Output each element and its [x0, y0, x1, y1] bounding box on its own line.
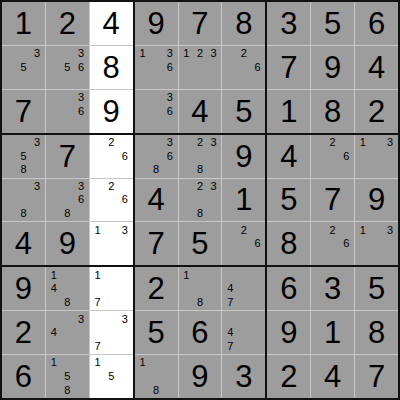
pencil-mark-slot-5: [61, 326, 75, 340]
pencil-mark-slot-7: [47, 207, 61, 221]
cell-r3c2[interactable]: 36: [46, 90, 89, 133]
pencil-mark-slot-9: [207, 296, 221, 310]
pencil-mark-slot-5: 5: [17, 149, 31, 163]
pencil-mark-slot-7: [136, 118, 150, 132]
pencil-mark-slot-3: [251, 312, 265, 326]
pencil-mark-slot-8: 8: [61, 383, 75, 397]
pencil-mark-slot-5: [61, 282, 75, 296]
pencil-mark-slot-5: [370, 237, 384, 251]
solved-digit: 9: [59, 228, 76, 259]
pencil-mark-slot-5: [326, 149, 340, 163]
box-3-3: 635918247: [267, 267, 398, 398]
cell-r9c7[interactable]: 2: [267, 355, 310, 398]
cell-r8c1[interactable]: 2: [2, 311, 45, 354]
solved-digit: 7: [280, 52, 297, 83]
solved-digit: 2: [15, 317, 32, 348]
cell-r3c6[interactable]: 5: [222, 90, 265, 133]
cell-r7c3[interactable]: 17: [90, 267, 133, 310]
cell-r6c8[interactable]: 26: [311, 222, 354, 265]
pencil-mark-slot-1: [136, 91, 150, 105]
cell-r9c9[interactable]: 7: [355, 355, 398, 398]
pencil-mark-slot-6: [251, 282, 265, 296]
pencil-mark-slot-8: [237, 339, 251, 353]
pencil-mark-slot-7: [91, 383, 105, 397]
pencil-mark-slot-2: [61, 356, 75, 370]
pencil-mark-slot-4: 4: [223, 282, 237, 296]
solved-digit: 4: [324, 361, 341, 392]
pencil-marks: 26: [312, 136, 353, 177]
pencil-mark-slot-1: [223, 47, 237, 61]
pencil-mark-slot-2: [104, 223, 118, 237]
pencil-mark-slot-2: 2: [193, 47, 207, 61]
cell-r5c5[interactable]: 238: [179, 179, 222, 222]
pencil-mark-slot-9: [118, 339, 132, 353]
pencil-mark-slot-8: [104, 339, 118, 353]
cell-r3c1[interactable]: 7: [2, 90, 45, 133]
pencil-mark-slot-6: [118, 282, 132, 296]
solved-digit: 4: [103, 8, 120, 39]
pencil-mark-slot-3: 3: [74, 180, 88, 194]
pencil-mark-slot-4: [47, 370, 61, 384]
cell-r2c6[interactable]: 26: [222, 46, 265, 89]
cell-r6c6[interactable]: 26: [222, 222, 265, 265]
solved-digit: 8: [368, 317, 385, 348]
pencil-mark-slot-2: [104, 268, 118, 282]
pencil-mark-slot-8: [237, 74, 251, 88]
pencil-mark-slot-9: [30, 207, 44, 221]
pencil-mark-slot-4: [91, 193, 105, 207]
pencil-mark-slot-8: [104, 163, 118, 177]
pencil-mark-slot-4: [312, 149, 326, 163]
pencil-mark-slot-7: [3, 163, 17, 177]
pencil-mark-slot-2: [17, 136, 31, 150]
pencil-mark-slot-1: [180, 180, 194, 194]
pencil-mark-slot-2: 2: [193, 180, 207, 194]
cell-r9c4[interactable]: 18: [135, 355, 178, 398]
pencil-marks: 136: [136, 47, 177, 88]
pencil-mark-slot-3: [251, 268, 265, 282]
pencil-mark-slot-6: [74, 282, 88, 296]
pencil-mark-slot-9: [118, 207, 132, 221]
cell-r8c3[interactable]: 37: [90, 311, 133, 354]
cell-r6c3[interactable]: 13: [90, 222, 133, 265]
pencil-mark-slot-3: [251, 223, 265, 237]
pencil-mark-slot-7: [3, 74, 17, 88]
pencil-mark-slot-3: 3: [118, 312, 132, 326]
solved-digit: 6: [15, 361, 32, 392]
cell-r7c6[interactable]: 47: [222, 267, 265, 310]
pencil-marks: 368: [136, 136, 177, 177]
pencil-mark-slot-8: 8: [149, 383, 163, 397]
pencil-mark-slot-6: [163, 370, 177, 384]
pencil-mark-slot-3: 3: [383, 223, 397, 237]
pencil-mark-slot-9: [383, 163, 397, 177]
box-1-3: 356794182: [267, 2, 398, 133]
cell-r1c3[interactable]: 4: [90, 2, 133, 45]
cell-r2c3[interactable]: 8: [90, 46, 133, 89]
pencil-mark-slot-4: [91, 326, 105, 340]
cell-r4c3[interactable]: 26: [90, 135, 133, 178]
pencil-mark-slot-5: [104, 193, 118, 207]
cell-r4c5[interactable]: 238: [179, 135, 222, 178]
pencil-mark-slot-9: [383, 251, 397, 265]
sudoku-board: 1243535687369978136123263645356794182358…: [0, 0, 400, 400]
pencil-mark-slot-2: [149, 47, 163, 61]
pencil-mark-slot-1: 1: [91, 223, 105, 237]
pencil-mark-slot-3: 3: [383, 136, 397, 150]
cell-r8c6[interactable]: 47: [222, 311, 265, 354]
solved-digit: 4: [280, 141, 297, 172]
cell-r3c4[interactable]: 36: [135, 90, 178, 133]
pencil-mark-slot-9: [74, 74, 88, 88]
cell-r7c5[interactable]: 18: [179, 267, 222, 310]
pencil-mark-slot-9: [207, 207, 221, 221]
pencil-mark-slot-6: [118, 370, 132, 384]
pencil-mark-slot-6: 6: [251, 61, 265, 75]
cell-r4c1[interactable]: 358: [2, 135, 45, 178]
box-2-3: 4261357982613: [267, 135, 398, 266]
cell-r4c6[interactable]: 9: [222, 135, 265, 178]
pencil-mark-slot-7: 7: [223, 296, 237, 310]
pencil-mark-slot-2: [104, 356, 118, 370]
pencil-mark-slot-2: [17, 180, 31, 194]
solved-digit: 9: [280, 317, 297, 348]
pencil-mark-slot-4: [47, 193, 61, 207]
pencil-mark-slot-7: [3, 207, 17, 221]
box-3-2: 2184756471893: [135, 267, 266, 398]
pencil-mark-slot-6: 6: [339, 149, 353, 163]
solved-digit: 4: [368, 52, 385, 83]
pencil-marks: 18: [180, 268, 221, 309]
box-2-1: 35872638368264913: [2, 135, 133, 266]
solved-digit: 1: [15, 8, 32, 39]
cell-r1c7[interactable]: 3: [267, 2, 310, 45]
cell-r8c8[interactable]: 1: [311, 311, 354, 354]
pencil-mark-slot-4: [180, 193, 194, 207]
pencil-mark-slot-7: 7: [91, 296, 105, 310]
pencil-marks: 36: [136, 91, 177, 132]
cell-r1c1[interactable]: 1: [2, 2, 45, 45]
pencil-mark-slot-2: 2: [104, 136, 118, 150]
cell-r6c5[interactable]: 5: [179, 222, 222, 265]
cell-r5c1[interactable]: 38: [2, 179, 45, 222]
pencil-mark-slot-1: [223, 268, 237, 282]
cell-r7c2[interactable]: 148: [46, 267, 89, 310]
cell-r7c9[interactable]: 5: [355, 267, 398, 310]
pencil-mark-slot-6: [30, 61, 44, 75]
pencil-mark-slot-5: [193, 282, 207, 296]
pencil-mark-slot-4: [47, 104, 61, 118]
pencil-mark-slot-9: [118, 163, 132, 177]
pencil-mark-slot-1: [3, 136, 17, 150]
cell-r9c8[interactable]: 4: [311, 355, 354, 398]
pencil-mark-slot-1: 1: [91, 356, 105, 370]
solved-digit: 9: [368, 184, 385, 215]
solved-digit: 2: [368, 96, 385, 127]
solved-digit: 7: [191, 8, 208, 39]
pencil-mark-slot-5: [149, 61, 163, 75]
pencil-mark-slot-4: [91, 282, 105, 296]
pencil-marks: 34: [47, 312, 88, 353]
pencil-mark-slot-9: [339, 251, 353, 265]
pencil-mark-slot-3: [118, 356, 132, 370]
pencil-mark-slot-5: [237, 237, 251, 251]
pencil-mark-slot-3: [74, 268, 88, 282]
cell-r2c9[interactable]: 4: [355, 46, 398, 89]
pencil-mark-slot-4: [312, 237, 326, 251]
cell-r1c2[interactable]: 2: [46, 2, 89, 45]
pencil-mark-slot-3: 3: [207, 47, 221, 61]
pencil-mark-slot-2: [104, 312, 118, 326]
pencil-mark-slot-4: [356, 149, 370, 163]
pencil-mark-slot-3: 3: [207, 180, 221, 194]
cell-r7c1[interactable]: 9: [2, 267, 45, 310]
pencil-marks: 17: [91, 268, 132, 309]
pencil-mark-slot-2: [193, 268, 207, 282]
pencil-mark-slot-4: [91, 149, 105, 163]
cell-r5c8[interactable]: 7: [311, 179, 354, 222]
pencil-mark-slot-6: [207, 61, 221, 75]
pencil-mark-slot-8: 8: [193, 207, 207, 221]
pencil-mark-slot-7: [47, 296, 61, 310]
pencil-mark-slot-8: [370, 163, 384, 177]
cell-r3c9[interactable]: 2: [355, 90, 398, 133]
pencil-mark-slot-6: [207, 282, 221, 296]
pencil-mark-slot-2: 2: [326, 223, 340, 237]
cell-r9c5[interactable]: 9: [179, 355, 222, 398]
cell-r8c4[interactable]: 5: [135, 311, 178, 354]
pencil-marks: 18: [136, 356, 177, 397]
pencil-mark-slot-1: 1: [91, 268, 105, 282]
solved-digit: 8: [103, 52, 120, 83]
pencil-mark-slot-1: [47, 180, 61, 194]
pencil-mark-slot-8: [326, 251, 340, 265]
pencil-mark-slot-4: [223, 61, 237, 75]
pencil-mark-slot-9: [339, 163, 353, 177]
pencil-mark-slot-6: [383, 237, 397, 251]
solved-digit: 9: [103, 96, 120, 127]
cell-r1c4[interactable]: 9: [135, 2, 178, 45]
cell-r2c8[interactable]: 9: [311, 46, 354, 89]
cell-r8c5[interactable]: 6: [179, 311, 222, 354]
pencil-mark-slot-8: 8: [61, 296, 75, 310]
pencil-marks: 47: [223, 312, 264, 353]
solved-digit: 2: [147, 273, 164, 304]
cell-r9c3[interactable]: 15: [90, 355, 133, 398]
pencil-mark-slot-5: [193, 193, 207, 207]
solved-digit: 9: [191, 361, 208, 392]
pencil-mark-slot-4: [136, 149, 150, 163]
cell-r5c4[interactable]: 4: [135, 179, 178, 222]
pencil-mark-slot-2: [17, 47, 31, 61]
solved-digit: 3: [324, 273, 341, 304]
cell-r3c7[interactable]: 1: [267, 90, 310, 133]
pencil-mark-slot-1: 1: [356, 136, 370, 150]
cell-r4c2[interactable]: 7: [46, 135, 89, 178]
pencil-mark-slot-9: [163, 383, 177, 397]
pencil-mark-slot-5: [61, 193, 75, 207]
cell-r7c8[interactable]: 3: [311, 267, 354, 310]
pencil-mark-slot-6: 6: [74, 61, 88, 75]
cell-r9c6[interactable]: 3: [222, 355, 265, 398]
cell-r1c9[interactable]: 6: [355, 2, 398, 45]
pencil-mark-slot-4: [180, 149, 194, 163]
cell-r6c4[interactable]: 7: [135, 222, 178, 265]
pencil-mark-slot-5: 5: [17, 61, 31, 75]
pencil-marks: 38: [3, 180, 44, 221]
pencil-mark-slot-6: [118, 326, 132, 340]
cell-r5c9[interactable]: 9: [355, 179, 398, 222]
pencil-mark-slot-4: [223, 237, 237, 251]
cell-r1c6[interactable]: 8: [222, 2, 265, 45]
solved-digit: 5: [280, 184, 297, 215]
pencil-mark-slot-5: [370, 149, 384, 163]
pencil-mark-slot-8: [104, 383, 118, 397]
pencil-marks: 26: [312, 223, 353, 264]
pencil-marks: 36: [47, 91, 88, 132]
solved-digit: 5: [147, 317, 164, 348]
cell-r2c5[interactable]: 123: [179, 46, 222, 89]
pencil-mark-slot-5: [104, 237, 118, 251]
pencil-mark-slot-5: 5: [61, 61, 75, 75]
pencil-mark-slot-7: [356, 251, 370, 265]
pencil-mark-slot-7: [312, 251, 326, 265]
solved-digit: 1: [235, 184, 252, 215]
pencil-mark-slot-5: 5: [61, 370, 75, 384]
pencil-mark-slot-2: [61, 91, 75, 105]
pencil-mark-slot-9: [207, 163, 221, 177]
cell-r8c2[interactable]: 34: [46, 311, 89, 354]
cell-r2c4[interactable]: 136: [135, 46, 178, 89]
solved-digit: 8: [280, 228, 297, 259]
cell-r1c5[interactable]: 7: [179, 2, 222, 45]
cell-r7c7[interactable]: 6: [267, 267, 310, 310]
pencil-mark-slot-4: [136, 370, 150, 384]
pencil-mark-slot-6: 6: [163, 61, 177, 75]
pencil-mark-slot-8: [326, 163, 340, 177]
pencil-mark-slot-3: 3: [74, 91, 88, 105]
pencil-mark-slot-6: 6: [163, 149, 177, 163]
pencil-mark-slot-5: [104, 282, 118, 296]
pencil-mark-slot-4: [91, 370, 105, 384]
pencil-mark-slot-6: 6: [118, 193, 132, 207]
pencil-mark-slot-8: 8: [17, 207, 31, 221]
pencil-mark-slot-7: [136, 74, 150, 88]
pencil-mark-slot-8: [149, 74, 163, 88]
pencil-mark-slot-2: 2: [237, 47, 251, 61]
cell-r4c7[interactable]: 4: [267, 135, 310, 178]
pencil-marks: 358: [3, 136, 44, 177]
cell-r9c1[interactable]: 6: [2, 355, 45, 398]
pencil-mark-slot-1: 1: [136, 47, 150, 61]
cell-r3c3[interactable]: 9: [90, 90, 133, 133]
cell-r1c8[interactable]: 5: [311, 2, 354, 45]
cell-r3c8[interactable]: 8: [311, 90, 354, 133]
cell-r8c7[interactable]: 9: [267, 311, 310, 354]
pencil-mark-slot-8: 8: [193, 296, 207, 310]
pencil-mark-slot-1: [223, 312, 237, 326]
pencil-mark-slot-5: [61, 104, 75, 118]
pencil-mark-slot-4: [356, 237, 370, 251]
pencil-mark-slot-1: [312, 136, 326, 150]
cell-r5c3[interactable]: 26: [90, 179, 133, 222]
pencil-mark-slot-7: [47, 74, 61, 88]
pencil-mark-slot-2: [237, 268, 251, 282]
cell-r5c6[interactable]: 1: [222, 179, 265, 222]
pencil-mark-slot-5: [326, 237, 340, 251]
pencil-mark-slot-4: [3, 193, 17, 207]
solved-digit: 3: [235, 361, 252, 392]
cell-r4c4[interactable]: 368: [135, 135, 178, 178]
solved-digit: 4: [191, 96, 208, 127]
pencil-mark-slot-4: [91, 237, 105, 251]
pencil-mark-slot-8: [193, 74, 207, 88]
pencil-mark-slot-3: 3: [207, 136, 221, 150]
pencil-mark-slot-9: [74, 296, 88, 310]
pencil-mark-slot-4: [3, 149, 17, 163]
solved-digit: 5: [324, 8, 341, 39]
pencil-mark-slot-1: 1: [356, 223, 370, 237]
solved-digit: 8: [324, 96, 341, 127]
pencil-mark-slot-5: 5: [104, 370, 118, 384]
cell-r2c2[interactable]: 356: [46, 46, 89, 89]
pencil-mark-slot-9: [163, 74, 177, 88]
cell-r9c2[interactable]: 158: [46, 355, 89, 398]
pencil-mark-slot-7: [91, 207, 105, 221]
cell-r6c2[interactable]: 9: [46, 222, 89, 265]
pencil-mark-slot-4: [136, 61, 150, 75]
pencil-mark-slot-9: [251, 74, 265, 88]
pencil-mark-slot-4: [180, 282, 194, 296]
solved-digit: 9: [147, 8, 164, 39]
pencil-mark-slot-7: 7: [223, 339, 237, 353]
cell-r8c9[interactable]: 8: [355, 311, 398, 354]
cell-r3c5[interactable]: 4: [179, 90, 222, 133]
pencil-mark-slot-9: [251, 339, 265, 353]
pencil-mark-slot-3: [339, 136, 353, 150]
pencil-marks: 13: [356, 136, 397, 177]
cell-r5c7[interactable]: 5: [267, 179, 310, 222]
cell-r6c1[interactable]: 4: [2, 222, 45, 265]
pencil-marks: 15: [91, 356, 132, 397]
pencil-mark-slot-2: [61, 47, 75, 61]
cell-r4c9[interactable]: 13: [355, 135, 398, 178]
pencil-mark-slot-7: [223, 251, 237, 265]
solved-digit: 7: [324, 184, 341, 215]
pencil-mark-slot-7: [136, 383, 150, 397]
pencil-mark-slot-8: [61, 339, 75, 353]
cell-r4c8[interactable]: 26: [311, 135, 354, 178]
pencil-mark-slot-6: [74, 370, 88, 384]
pencil-mark-slot-5: [149, 149, 163, 163]
cell-r6c7[interactable]: 8: [267, 222, 310, 265]
cell-r7c4[interactable]: 2: [135, 267, 178, 310]
cell-r2c7[interactable]: 7: [267, 46, 310, 89]
cell-r6c9[interactable]: 13: [355, 222, 398, 265]
pencil-mark-slot-3: [339, 223, 353, 237]
pencil-mark-slot-1: [47, 47, 61, 61]
cell-r5c2[interactable]: 368: [46, 179, 89, 222]
pencil-mark-slot-1: [47, 312, 61, 326]
pencil-mark-slot-5: [237, 282, 251, 296]
cell-r2c1[interactable]: 35: [2, 46, 45, 89]
pencil-marks: 356: [47, 47, 88, 88]
pencil-mark-slot-3: 3: [74, 47, 88, 61]
pencil-mark-slot-9: [74, 339, 88, 353]
pencil-mark-slot-4: [180, 61, 194, 75]
pencil-mark-slot-6: 6: [251, 237, 265, 251]
pencil-mark-slot-8: [237, 296, 251, 310]
